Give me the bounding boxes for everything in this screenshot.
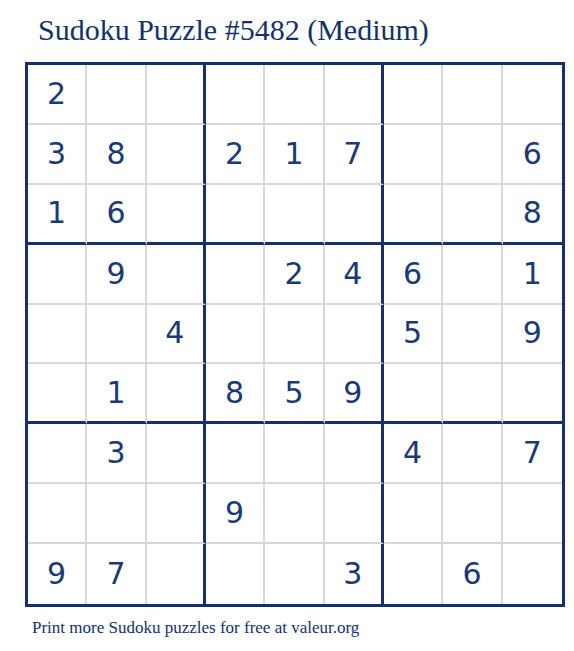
cell-r1c8 <box>443 65 502 125</box>
cell-r3c7 <box>384 185 443 245</box>
cell-r8c7 <box>384 484 443 544</box>
cell-r5c3: 4 <box>147 305 206 365</box>
cell-r7c3 <box>147 424 206 484</box>
cell-r7c4 <box>206 424 265 484</box>
page: Sudoku Puzzle #5482 (Medium) 23821761689… <box>0 0 574 651</box>
cell-r9c4 <box>206 544 265 604</box>
cell-r7c8 <box>443 424 502 484</box>
cell-r4c5: 2 <box>265 245 324 305</box>
cell-r4c6: 4 <box>325 245 384 305</box>
cell-r2c7 <box>384 125 443 185</box>
cell-r5c2 <box>87 305 146 365</box>
cell-r7c9: 7 <box>503 424 562 484</box>
cell-r1c9 <box>503 65 562 125</box>
cell-r6c9 <box>503 364 562 424</box>
cell-r6c2: 1 <box>87 364 146 424</box>
cell-r1c6 <box>325 65 384 125</box>
cell-r4c9: 1 <box>503 245 562 305</box>
cell-r4c7: 6 <box>384 245 443 305</box>
cell-r1c2 <box>87 65 146 125</box>
cell-r1c3 <box>147 65 206 125</box>
cell-r5c1 <box>28 305 87 365</box>
cell-r3c3 <box>147 185 206 245</box>
cell-r4c2: 9 <box>87 245 146 305</box>
cell-r2c2: 8 <box>87 125 146 185</box>
cell-r4c8 <box>443 245 502 305</box>
cell-r4c4 <box>206 245 265 305</box>
cell-r2c1: 3 <box>28 125 87 185</box>
cell-r9c5 <box>265 544 324 604</box>
cell-r5c9: 9 <box>503 305 562 365</box>
cell-r1c4 <box>206 65 265 125</box>
cell-r9c7 <box>384 544 443 604</box>
cell-r8c8 <box>443 484 502 544</box>
cell-r9c8: 6 <box>443 544 502 604</box>
page-title: Sudoku Puzzle #5482 (Medium) <box>38 13 429 47</box>
cell-r5c5 <box>265 305 324 365</box>
cell-r6c8 <box>443 364 502 424</box>
cell-r8c1 <box>28 484 87 544</box>
cell-r7c1 <box>28 424 87 484</box>
cell-r6c3 <box>147 364 206 424</box>
cell-r7c5 <box>265 424 324 484</box>
cell-r9c9 <box>503 544 562 604</box>
cell-r9c2: 7 <box>87 544 146 604</box>
cell-r3c9: 8 <box>503 185 562 245</box>
cell-r5c4 <box>206 305 265 365</box>
cell-r7c2: 3 <box>87 424 146 484</box>
cell-r9c1: 9 <box>28 544 87 604</box>
cell-r1c7 <box>384 65 443 125</box>
cell-r2c4: 2 <box>206 125 265 185</box>
cell-r6c1 <box>28 364 87 424</box>
cell-r7c7: 4 <box>384 424 443 484</box>
cell-r8c4: 9 <box>206 484 265 544</box>
footer-text: Print more Sudoku puzzles for free at va… <box>32 618 359 638</box>
cell-r7c6 <box>325 424 384 484</box>
cell-r2c8 <box>443 125 502 185</box>
cell-r2c9: 6 <box>503 125 562 185</box>
cell-r6c7 <box>384 364 443 424</box>
cell-r3c6 <box>325 185 384 245</box>
cell-r8c9 <box>503 484 562 544</box>
cell-r6c5: 5 <box>265 364 324 424</box>
cell-r1c5 <box>265 65 324 125</box>
cell-r4c3 <box>147 245 206 305</box>
cell-r3c2: 6 <box>87 185 146 245</box>
cell-r6c6: 9 <box>325 364 384 424</box>
cell-r5c7: 5 <box>384 305 443 365</box>
cell-r3c1: 1 <box>28 185 87 245</box>
cell-r2c3 <box>147 125 206 185</box>
cell-r9c3 <box>147 544 206 604</box>
cell-r5c8 <box>443 305 502 365</box>
cell-r9c6: 3 <box>325 544 384 604</box>
cell-r3c4 <box>206 185 265 245</box>
cell-r1c1: 2 <box>28 65 87 125</box>
sudoku-board: 238217616892461459185934799736 <box>25 62 565 607</box>
cell-r2c5: 1 <box>265 125 324 185</box>
cell-r3c8 <box>443 185 502 245</box>
cell-r2c6: 7 <box>325 125 384 185</box>
cell-r6c4: 8 <box>206 364 265 424</box>
cell-r3c5 <box>265 185 324 245</box>
cell-r8c2 <box>87 484 146 544</box>
cell-r5c6 <box>325 305 384 365</box>
cell-r8c6 <box>325 484 384 544</box>
cell-r8c5 <box>265 484 324 544</box>
cell-r8c3 <box>147 484 206 544</box>
cell-r4c1 <box>28 245 87 305</box>
